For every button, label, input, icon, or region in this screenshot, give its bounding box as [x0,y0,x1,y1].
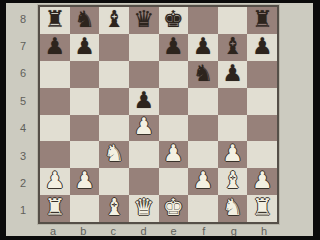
square-h5[interactable] [247,88,277,115]
square-c2[interactable] [99,168,129,195]
square-g8[interactable] [218,7,248,34]
square-d7[interactable] [129,34,159,61]
piece-white-bishop[interactable]: ♝ [104,196,125,219]
square-g2[interactable]: ♝ [218,168,248,195]
square-g3[interactable]: ♟ [218,141,248,168]
square-a3[interactable] [40,141,70,168]
square-c6[interactable] [99,61,129,88]
letterbox-top [0,0,320,3]
piece-black-queen[interactable]: ♛ [133,8,154,31]
square-e2[interactable] [159,168,189,195]
square-c8[interactable]: ♝ [99,7,129,34]
square-h6[interactable] [247,61,277,88]
letterbox-right [313,0,320,240]
piece-white-rook[interactable]: ♜ [252,196,273,219]
chess-board: ♜♞♝♛♚♜♟♟♟♟♝♟♞♟♟♟♞♟♟♟♟♟♝♟♜♝♛♚♞♜ [40,7,277,222]
square-a7[interactable]: ♟ [40,34,70,61]
piece-black-pawn[interactable]: ♟ [163,35,184,58]
piece-white-queen[interactable]: ♛ [133,196,154,219]
piece-white-pawn[interactable]: ♟ [222,142,243,165]
piece-black-rook[interactable]: ♜ [45,8,66,31]
rank-label-2: 2 [12,169,34,196]
square-h4[interactable] [247,115,277,142]
square-f8[interactable] [188,7,218,34]
square-d8[interactable]: ♛ [129,7,159,34]
square-e1[interactable]: ♚ [159,195,189,222]
square-d4[interactable]: ♟ [129,115,159,142]
square-b3[interactable] [70,141,100,168]
rank-label-3: 3 [12,142,34,169]
board-frame: ♜♞♝♛♚♜♟♟♟♟♝♟♞♟♟♟♞♟♟♟♟♟♝♟♜♝♛♚♞♜ [38,5,279,224]
square-f4[interactable] [188,115,218,142]
rank-label-7: 7 [12,32,34,59]
piece-white-knight[interactable]: ♞ [222,196,243,219]
square-d5[interactable]: ♟ [129,88,159,115]
piece-white-pawn[interactable]: ♟ [133,115,154,138]
square-b6[interactable] [70,61,100,88]
piece-black-bishop[interactable]: ♝ [104,8,125,31]
square-a4[interactable] [40,115,70,142]
square-g1[interactable]: ♞ [218,195,248,222]
square-a1[interactable]: ♜ [40,195,70,222]
square-g5[interactable] [218,88,248,115]
piece-black-pawn[interactable]: ♟ [45,35,66,58]
piece-white-pawn[interactable]: ♟ [74,169,95,192]
piece-black-pawn[interactable]: ♟ [74,35,95,58]
square-f6[interactable]: ♞ [188,61,218,88]
square-c4[interactable] [99,115,129,142]
square-g7[interactable]: ♝ [218,34,248,61]
square-b1[interactable] [70,195,100,222]
square-g6[interactable]: ♟ [218,61,248,88]
square-d1[interactable]: ♛ [129,195,159,222]
square-h1[interactable]: ♜ [247,195,277,222]
square-h3[interactable] [247,141,277,168]
square-a8[interactable]: ♜ [40,7,70,34]
square-d3[interactable] [129,141,159,168]
square-f2[interactable]: ♟ [188,168,218,195]
letterbox-bottom [0,236,320,240]
piece-white-rook[interactable]: ♜ [45,196,66,219]
piece-black-knight[interactable]: ♞ [193,62,214,85]
square-h7[interactable]: ♟ [247,34,277,61]
square-a6[interactable] [40,61,70,88]
square-c1[interactable]: ♝ [99,195,129,222]
square-a2[interactable]: ♟ [40,168,70,195]
square-e5[interactable] [159,88,189,115]
rank-label-6: 6 [12,60,34,87]
square-a5[interactable] [40,88,70,115]
piece-black-pawn[interactable]: ♟ [133,89,154,112]
square-c7[interactable] [99,34,129,61]
piece-white-pawn[interactable]: ♟ [163,142,184,165]
square-c5[interactable] [99,88,129,115]
square-f7[interactable]: ♟ [188,34,218,61]
square-b7[interactable]: ♟ [70,34,100,61]
square-e7[interactable]: ♟ [159,34,189,61]
rank-labels: 87654321 [12,5,34,224]
square-b4[interactable] [70,115,100,142]
square-e4[interactable] [159,115,189,142]
square-h8[interactable]: ♜ [247,7,277,34]
square-f1[interactable] [188,195,218,222]
square-b8[interactable]: ♞ [70,7,100,34]
square-g4[interactable] [218,115,248,142]
square-e8[interactable]: ♚ [159,7,189,34]
piece-white-bishop[interactable]: ♝ [222,169,243,192]
piece-black-bishop[interactable]: ♝ [222,35,243,58]
rank-label-4: 4 [12,115,34,142]
square-b5[interactable] [70,88,100,115]
square-e3[interactable]: ♟ [159,141,189,168]
piece-black-pawn[interactable]: ♟ [222,62,243,85]
piece-black-pawn[interactable]: ♟ [193,35,214,58]
square-h2[interactable]: ♟ [247,168,277,195]
rank-label-8: 8 [12,5,34,32]
square-c3[interactable]: ♞ [99,141,129,168]
square-d6[interactable] [129,61,159,88]
piece-white-pawn[interactable]: ♟ [193,169,214,192]
piece-black-pawn[interactable]: ♟ [252,35,273,58]
video-frame: 87654321 ♜♞♝♛♚♜♟♟♟♟♝♟♞♟♟♟♞♟♟♟♟♟♝♟♜♝♛♚♞♜ … [0,0,320,240]
rank-label-5: 5 [12,87,34,114]
square-d2[interactable] [129,168,159,195]
piece-black-king[interactable]: ♚ [163,8,184,31]
square-f5[interactable] [188,88,218,115]
piece-white-king[interactable]: ♚ [163,196,184,219]
square-b2[interactable]: ♟ [70,168,100,195]
piece-white-pawn[interactable]: ♟ [45,169,66,192]
letterbox-left [0,0,6,240]
piece-white-knight[interactable]: ♞ [104,142,125,165]
piece-black-knight[interactable]: ♞ [74,8,95,31]
rank-label-1: 1 [12,197,34,224]
square-e6[interactable] [159,61,189,88]
square-f3[interactable] [188,141,218,168]
piece-black-rook[interactable]: ♜ [252,8,273,31]
piece-white-pawn[interactable]: ♟ [252,169,273,192]
